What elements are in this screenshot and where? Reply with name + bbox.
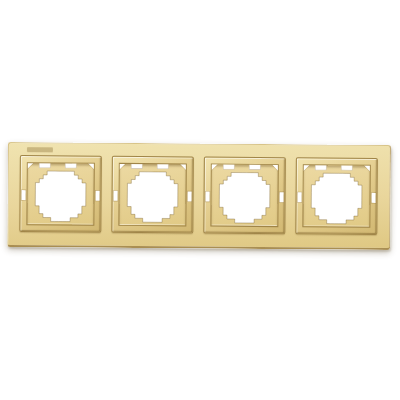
side-notch-right (372, 193, 376, 203)
side-notch-left (114, 191, 118, 201)
wall-plate-frame (7, 142, 391, 250)
gang-plate (302, 164, 370, 228)
gang-frame-1 (19, 155, 102, 233)
gang-plate (210, 164, 278, 228)
round-cutout (119, 164, 185, 226)
side-notch-left (206, 192, 210, 202)
side-notch-left (298, 192, 302, 202)
product-photo (0, 0, 400, 400)
side-notch-right (280, 192, 284, 202)
gang-frame-2 (111, 156, 194, 234)
embossed-logo (27, 147, 53, 152)
round-cutout (303, 165, 369, 227)
side-notch-right (96, 191, 100, 201)
gang-plate (118, 163, 186, 227)
gang-frame-4 (295, 157, 378, 235)
side-notch-right (188, 191, 192, 201)
round-cutout (211, 165, 277, 227)
round-cutout (27, 163, 93, 225)
gang-plate (26, 162, 94, 226)
side-notch-left (22, 190, 26, 200)
gang-frame-3 (203, 157, 286, 235)
